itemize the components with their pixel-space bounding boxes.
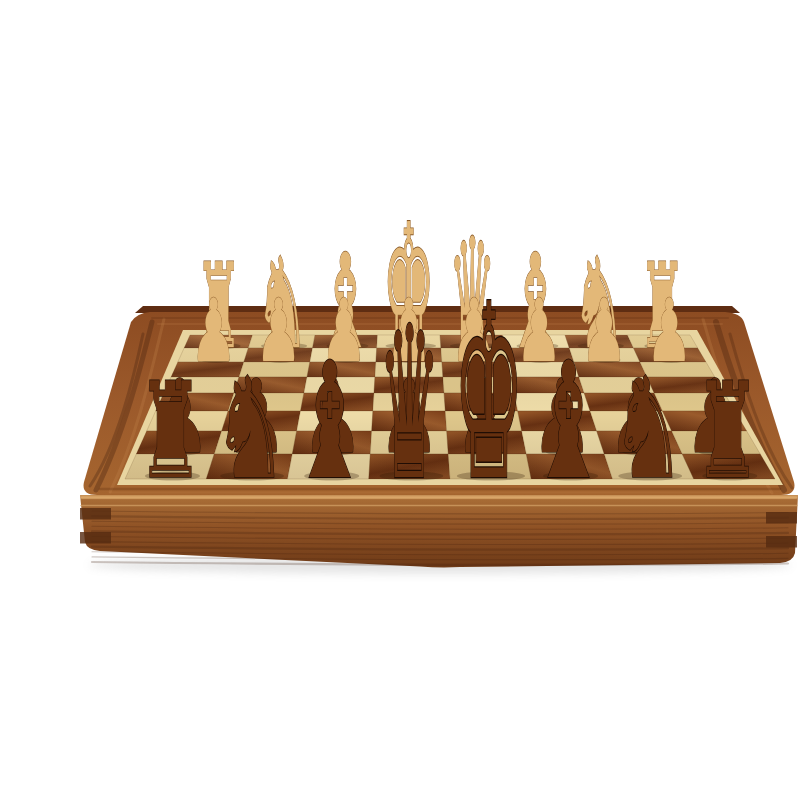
piece-dark-king-e1: ♚ bbox=[453, 253, 524, 534]
finger-joint bbox=[80, 508, 111, 520]
board-svg: ♜♞♝♚♛♝♞♜♟♟♟♟♟♟♟♟♟♟♟♟♟♟♟♟♜♞♝♛♚♝♞♜ bbox=[40, 16, 800, 800]
finger-joint bbox=[766, 536, 797, 548]
piece-dark-rook-a1: ♜ bbox=[137, 355, 203, 508]
piece-dark-knight-g1: ♞ bbox=[611, 347, 685, 510]
chess-set-photo: ♜♞♝♚♛♝♞♜♟♟♟♟♟♟♟♟♟♟♟♟♟♟♟♟♜♞♝♛♚♝♞♜ bbox=[40, 16, 800, 800]
piece-dark-bishop-f1: ♝ bbox=[529, 328, 608, 516]
piece-dark-rook-h1: ♜ bbox=[695, 355, 761, 508]
finger-joint bbox=[766, 512, 797, 524]
piece-dark-bishop-c1: ♝ bbox=[290, 328, 369, 516]
piece-dark-queen-d1: ♛ bbox=[378, 281, 440, 527]
finger-joint bbox=[80, 532, 111, 544]
piece-dark-knight-b1: ♞ bbox=[213, 347, 287, 510]
